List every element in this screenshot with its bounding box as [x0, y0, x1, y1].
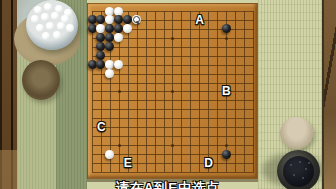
bowl-white-stone [31, 15, 39, 23]
black-bowl-reflection [290, 164, 292, 166]
black-bowl-reflection [308, 162, 310, 164]
white-stones-bowl [26, 0, 78, 50]
go-game-scene: ABCDE 请在A到E中选点 [0, 0, 336, 189]
bowl-white-stone [66, 24, 74, 32]
bowl-white-stone [34, 6, 42, 14]
prompt-text: 请在A到E中选点 [0, 179, 336, 189]
point-label-a[interactable]: A [195, 14, 204, 26]
black-bowl-reflection [299, 161, 301, 163]
right-wood-trim [322, 0, 336, 189]
wooden-lid [22, 60, 60, 100]
point-label-e[interactable]: E [124, 157, 132, 169]
bowl-white-stone [36, 24, 44, 32]
beige-lid [280, 117, 313, 149]
bowl-white-stone [46, 22, 54, 30]
black-bowl-reflection [305, 168, 307, 170]
bowl-white-stone [42, 32, 50, 40]
black-bowl-reflection [293, 174, 295, 176]
point-label-d[interactable]: D [204, 157, 213, 169]
bowl-white-stone [53, 31, 61, 39]
go-board[interactable] [87, 3, 258, 179]
bowl-white-stone [44, 3, 52, 11]
bowl-white-stone [51, 12, 59, 20]
point-label-b[interactable]: B [222, 85, 231, 97]
bowl-white-stone [41, 13, 49, 21]
point-label-c[interactable]: C [97, 121, 106, 133]
bowl-white-stone [57, 22, 65, 30]
